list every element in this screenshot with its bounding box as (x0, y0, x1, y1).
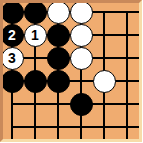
board-intersection[interactable] (47, 93, 70, 116)
board-intersection (70, 139, 93, 143)
black-stone: 2 (1, 24, 24, 47)
board-intersection[interactable] (93, 116, 116, 139)
board-intersection (93, 139, 116, 143)
board-intersection (116, 139, 139, 143)
white-stone (93, 70, 116, 93)
board-intersection[interactable] (70, 70, 93, 93)
white-stone (70, 24, 93, 47)
board-intersection[interactable] (24, 47, 47, 70)
white-stone (70, 47, 93, 70)
board-intersection[interactable] (24, 93, 47, 116)
board-intersection[interactable] (93, 93, 116, 116)
board-intersection[interactable] (93, 47, 116, 70)
black-stone (24, 70, 47, 93)
white-stone: 1 (24, 24, 47, 47)
black-stone (1, 70, 24, 93)
board-intersection (47, 139, 70, 143)
black-stone (70, 93, 93, 116)
board-intersection (24, 139, 47, 143)
board-intersection[interactable] (1, 93, 24, 116)
move-number-label: 3 (8, 51, 16, 65)
black-stone (47, 24, 70, 47)
board-intersection[interactable] (116, 1, 139, 24)
black-stone (47, 70, 70, 93)
board-intersection[interactable] (116, 70, 139, 93)
board-intersection (139, 24, 143, 47)
black-stone (1, 1, 24, 24)
board-intersection[interactable] (116, 93, 139, 116)
board-intersection (139, 93, 143, 116)
board-intersection (139, 47, 143, 70)
board-intersection[interactable] (70, 116, 93, 139)
board-intersection (1, 139, 24, 143)
board-intersection (139, 116, 143, 139)
board-intersection[interactable] (47, 116, 70, 139)
board-intersection[interactable] (116, 24, 139, 47)
move-number-label: 2 (8, 28, 16, 42)
white-stone (47, 1, 70, 24)
move-number-label: 1 (31, 28, 39, 42)
board-intersection (139, 70, 143, 93)
white-stone: 3 (1, 47, 24, 70)
black-stone (47, 47, 70, 70)
board-intersection[interactable] (93, 24, 116, 47)
board-intersection[interactable] (1, 116, 24, 139)
board-intersection[interactable] (116, 116, 139, 139)
board-intersection[interactable] (24, 116, 47, 139)
board-intersection (139, 1, 143, 24)
black-stone (24, 1, 47, 24)
board-intersection[interactable] (116, 47, 139, 70)
board-intersection (139, 139, 143, 143)
goban-grid (1, 1, 143, 143)
go-board-diagram: 213 (0, 0, 142, 142)
white-stone (70, 1, 93, 24)
board-intersection[interactable] (93, 1, 116, 24)
